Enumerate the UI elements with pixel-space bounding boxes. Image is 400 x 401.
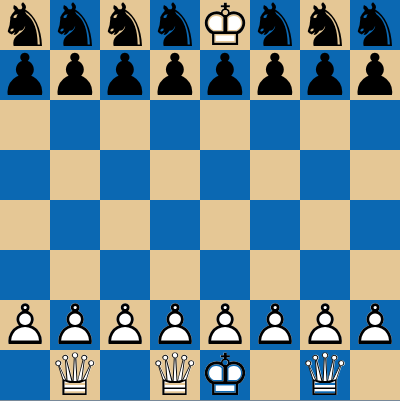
square-b8[interactable]: ♞ [50, 0, 100, 50]
square-f2[interactable]: ♟♙ [250, 300, 300, 350]
square-d3[interactable] [150, 250, 200, 300]
square-d1[interactable]: ♛♕ [150, 350, 200, 400]
black-pawn[interactable]: ♟ [300, 50, 350, 100]
square-a5[interactable] [0, 150, 50, 200]
black-pawn[interactable]: ♟ [100, 50, 150, 100]
white-pawn[interactable]: ♟♙ [250, 300, 300, 350]
white-pawn[interactable]: ♟♙ [300, 300, 350, 350]
square-g8[interactable]: ♞ [300, 0, 350, 50]
square-g5[interactable] [300, 150, 350, 200]
square-a7[interactable]: ♟ [0, 50, 50, 100]
square-c8[interactable]: ♞ [100, 0, 150, 50]
black-pawn-glyph: ♟ [150, 50, 200, 100]
square-a8[interactable]: ♞ [0, 0, 50, 50]
square-f3[interactable] [250, 250, 300, 300]
square-a4[interactable] [0, 200, 50, 250]
black-pawn[interactable]: ♟ [200, 50, 250, 100]
square-g6[interactable] [300, 100, 350, 150]
square-f8[interactable]: ♞ [250, 0, 300, 50]
square-e7[interactable]: ♟ [200, 50, 250, 100]
square-e2[interactable]: ♟♙ [200, 300, 250, 350]
black-knight[interactable]: ♞ [300, 0, 350, 50]
white-pawn[interactable]: ♟♙ [350, 300, 400, 350]
square-d8[interactable]: ♞ [150, 0, 200, 50]
white-pawn-outline-glyph: ♙ [300, 300, 350, 350]
black-knight-glyph: ♞ [0, 0, 50, 50]
black-knight-glyph: ♞ [150, 0, 200, 50]
white-pawn[interactable]: ♟♙ [50, 300, 100, 350]
square-h6[interactable] [350, 100, 400, 150]
square-h1[interactable] [350, 350, 400, 400]
square-b4[interactable] [50, 200, 100, 250]
black-knight[interactable]: ♞ [0, 0, 50, 50]
white-queen-outline-glyph: ♕ [150, 350, 200, 400]
white-pawn-outline-glyph: ♙ [150, 300, 200, 350]
square-f7[interactable]: ♟ [250, 50, 300, 100]
white-queen[interactable]: ♛♕ [150, 350, 200, 400]
square-d4[interactable] [150, 200, 200, 250]
white-pawn[interactable]: ♟♙ [0, 300, 50, 350]
white-queen[interactable]: ♛♕ [50, 350, 100, 400]
black-knight-glyph: ♞ [100, 0, 150, 50]
black-pawn[interactable]: ♟ [150, 50, 200, 100]
square-h2[interactable]: ♟♙ [350, 300, 400, 350]
white-king[interactable]: ♚♔ [200, 0, 250, 50]
square-f6[interactable] [250, 100, 300, 150]
black-pawn-glyph: ♟ [0, 50, 50, 100]
black-pawn-glyph: ♟ [50, 50, 100, 100]
white-king-outline-glyph: ♔ [200, 350, 250, 400]
square-b3[interactable] [50, 250, 100, 300]
black-knight-glyph: ♞ [50, 0, 100, 50]
square-h4[interactable] [350, 200, 400, 250]
black-knight[interactable]: ♞ [50, 0, 100, 50]
square-d6[interactable] [150, 100, 200, 150]
square-e4[interactable] [200, 200, 250, 250]
square-a2[interactable]: ♟♙ [0, 300, 50, 350]
square-e3[interactable] [200, 250, 250, 300]
black-knight-glyph: ♞ [250, 0, 300, 50]
square-e5[interactable] [200, 150, 250, 200]
chess-board-container: ♞♞♞♞♚♔♞♞♞♟♟♟♟♟♟♟♟♟♙♟♙♟♙♟♙♟♙♟♙♟♙♟♙♛♕♛♕♚♔♛… [0, 0, 400, 401]
white-pawn[interactable]: ♟♙ [150, 300, 200, 350]
square-c4[interactable] [100, 200, 150, 250]
white-queen[interactable]: ♛♕ [300, 350, 350, 400]
square-d2[interactable]: ♟♙ [150, 300, 200, 350]
black-knight[interactable]: ♞ [350, 0, 400, 50]
square-a1[interactable] [0, 350, 50, 400]
square-h8[interactable]: ♞ [350, 0, 400, 50]
square-e8[interactable]: ♚♔ [200, 0, 250, 50]
square-c7[interactable]: ♟ [100, 50, 150, 100]
square-g4[interactable] [300, 200, 350, 250]
square-c2[interactable]: ♟♙ [100, 300, 150, 350]
black-pawn-glyph: ♟ [250, 50, 300, 100]
black-knight[interactable]: ♞ [100, 0, 150, 50]
black-knight-glyph: ♞ [300, 0, 350, 50]
square-d5[interactable] [150, 150, 200, 200]
square-d7[interactable]: ♟ [150, 50, 200, 100]
white-pawn-outline-glyph: ♙ [250, 300, 300, 350]
white-queen-outline-glyph: ♕ [300, 350, 350, 400]
black-knight-glyph: ♞ [350, 0, 400, 50]
black-pawn-glyph: ♟ [100, 50, 150, 100]
white-pawn-outline-glyph: ♙ [100, 300, 150, 350]
square-c5[interactable] [100, 150, 150, 200]
square-h3[interactable] [350, 250, 400, 300]
white-pawn-outline-glyph: ♙ [350, 300, 400, 350]
square-f5[interactable] [250, 150, 300, 200]
square-g7[interactable]: ♟ [300, 50, 350, 100]
square-b7[interactable]: ♟ [50, 50, 100, 100]
black-knight[interactable]: ♞ [250, 0, 300, 50]
square-g1[interactable]: ♛♕ [300, 350, 350, 400]
black-pawn-glyph: ♟ [200, 50, 250, 100]
white-queen-outline-glyph: ♕ [50, 350, 100, 400]
square-h7[interactable]: ♟ [350, 50, 400, 100]
square-a6[interactable] [0, 100, 50, 150]
square-b1[interactable]: ♛♕ [50, 350, 100, 400]
white-pawn-outline-glyph: ♙ [50, 300, 100, 350]
square-f4[interactable] [250, 200, 300, 250]
square-e1[interactable]: ♚♔ [200, 350, 250, 400]
square-c3[interactable] [100, 250, 150, 300]
square-b5[interactable] [50, 150, 100, 200]
black-knight[interactable]: ♞ [150, 0, 200, 50]
black-pawn[interactable]: ♟ [250, 50, 300, 100]
white-pawn-outline-glyph: ♙ [0, 300, 50, 350]
square-b6[interactable] [50, 100, 100, 150]
square-g3[interactable] [300, 250, 350, 300]
square-c6[interactable] [100, 100, 150, 150]
square-c1[interactable] [100, 350, 150, 400]
black-pawn[interactable]: ♟ [0, 50, 50, 100]
chess-board: ♞♞♞♞♚♔♞♞♞♟♟♟♟♟♟♟♟♟♙♟♙♟♙♟♙♟♙♟♙♟♙♟♙♛♕♛♕♚♔♛… [0, 0, 400, 401]
square-g2[interactable]: ♟♙ [300, 300, 350, 350]
square-e6[interactable] [200, 100, 250, 150]
white-pawn[interactable]: ♟♙ [100, 300, 150, 350]
white-king-outline-glyph: ♔ [200, 0, 250, 50]
square-b2[interactable]: ♟♙ [50, 300, 100, 350]
black-pawn-glyph: ♟ [350, 50, 400, 100]
square-f1[interactable] [250, 350, 300, 400]
square-h5[interactable] [350, 150, 400, 200]
black-pawn[interactable]: ♟ [50, 50, 100, 100]
black-pawn-glyph: ♟ [300, 50, 350, 100]
black-pawn[interactable]: ♟ [350, 50, 400, 100]
white-pawn[interactable]: ♟♙ [200, 300, 250, 350]
square-a3[interactable] [0, 250, 50, 300]
white-king[interactable]: ♚♔ [200, 350, 250, 400]
white-pawn-outline-glyph: ♙ [200, 300, 250, 350]
